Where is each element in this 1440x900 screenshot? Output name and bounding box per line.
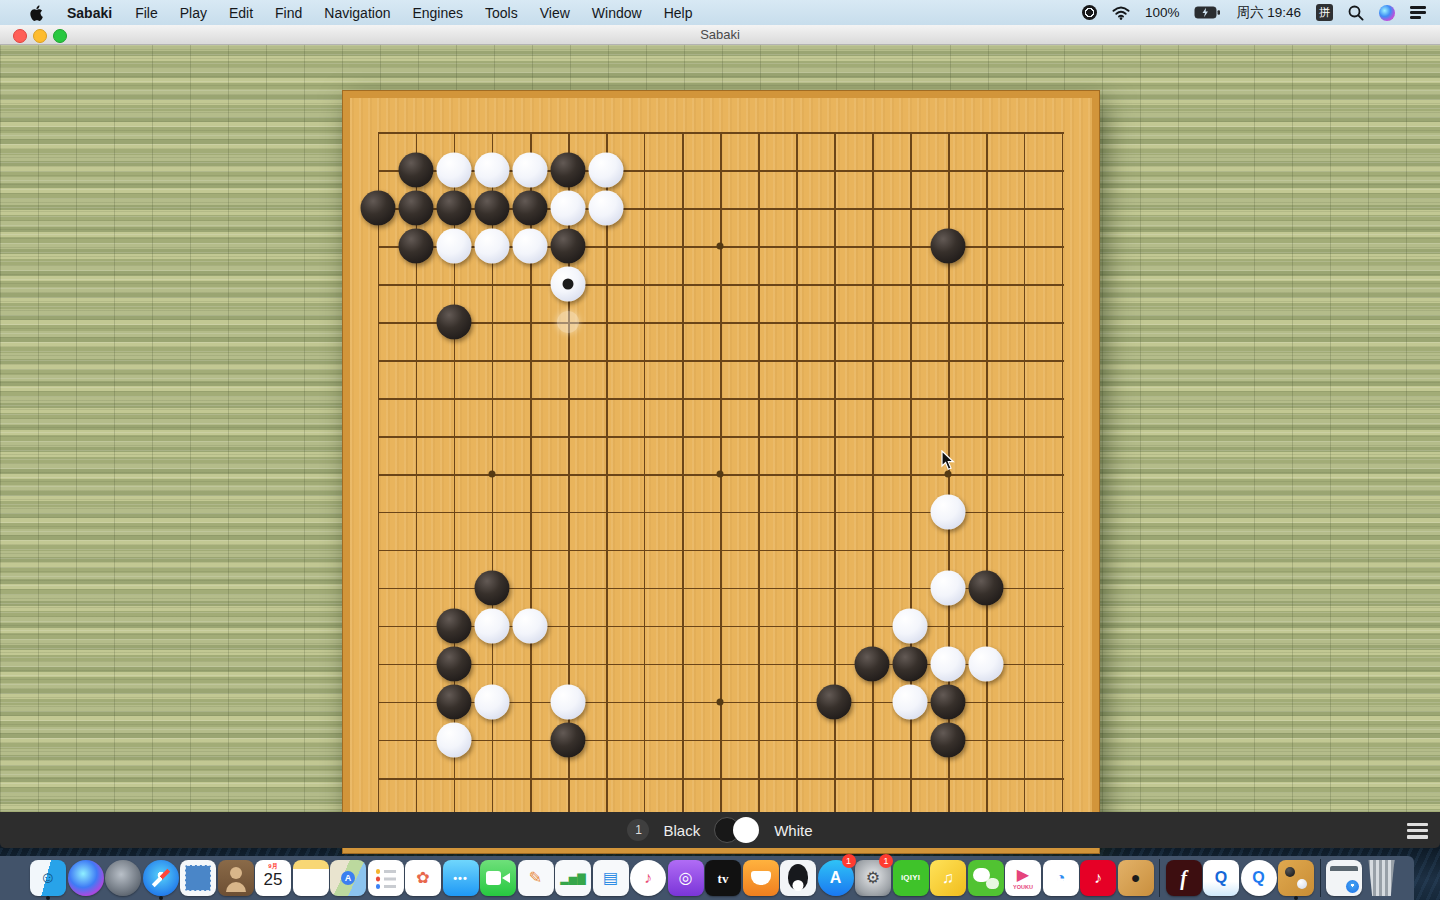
desktop: Sabaki FilePlayEditFindNavigationEngines… [0, 0, 1440, 900]
dock-item-flash-player[interactable]: f [1166, 856, 1202, 900]
photos-icon[interactable]: ✿ [405, 860, 441, 896]
white-stone[interactable] [475, 685, 510, 720]
dock-item-qq-browser[interactable]: Q [1203, 856, 1239, 900]
notes-icon[interactable] [293, 860, 329, 896]
dock-item-launchpad[interactable] [105, 856, 141, 900]
ghost-stone [557, 311, 579, 333]
trash-icon[interactable] [1364, 860, 1400, 896]
dock-separator [1159, 859, 1160, 897]
dock-item-qq[interactable] [780, 856, 816, 900]
white-stone[interactable] [931, 495, 966, 530]
calendar-month: 9月 [255, 862, 291, 871]
contacts-icon[interactable] [218, 860, 254, 896]
mail-icon[interactable] [180, 860, 216, 896]
itunes-icon[interactable]: ♪ [630, 860, 666, 896]
white-stone[interactable] [893, 609, 928, 644]
wechat-icon[interactable] [968, 860, 1004, 896]
messages-glyph: ••• [453, 873, 468, 884]
menu-clock[interactable]: 周六 19:46 [1236, 4, 1301, 22]
dock-item-trash[interactable] [1364, 856, 1400, 900]
go-board [343, 91, 1099, 853]
photos-glyph: ✿ [416, 870, 429, 886]
window-title-bar: Sabaki [0, 25, 1440, 45]
dock-item-numbers[interactable]: ▂▅▇ [555, 856, 591, 900]
menu-view[interactable]: View [529, 5, 581, 21]
dock-item-baidu-netdisk[interactable]: ◔ [1043, 856, 1079, 900]
dock-item-maps[interactable]: A [330, 856, 366, 900]
baidu-netdisk-glyph: ◔ [1056, 870, 1066, 886]
dock-item-quicktime[interactable]: Q [1241, 856, 1277, 900]
star-point [717, 471, 724, 478]
podcasts-glyph: ◎ [679, 870, 693, 886]
white-stone[interactable] [931, 571, 966, 606]
mouse-cursor [941, 450, 957, 475]
white-stone[interactable] [513, 609, 548, 644]
flash-player-icon[interactable]: f [1166, 860, 1202, 896]
quicktime-glyph: Q [1252, 870, 1264, 886]
black-stone[interactable] [893, 647, 928, 682]
white-stone[interactable] [437, 153, 472, 188]
wifi-icon[interactable] [1112, 6, 1130, 20]
white-stone-toggle-icon [733, 817, 759, 843]
white-stone[interactable] [589, 191, 624, 226]
maps-glyph: A [341, 871, 355, 885]
sabaki-icon[interactable] [1278, 860, 1314, 896]
dock-separator [1320, 859, 1321, 897]
black-captures-badge: 1 [627, 819, 649, 841]
white-player-label: White [774, 822, 812, 839]
black-stone[interactable] [931, 723, 966, 758]
black-player-label: Black [663, 822, 700, 839]
white-stone[interactable] [931, 647, 966, 682]
menu-navigation[interactable]: Navigation [313, 5, 401, 21]
dock-item-pages[interactable]: ✎ [518, 856, 554, 900]
apple-tv-icon[interactable]: tv [705, 860, 741, 896]
system-preferences-glyph: ⚙ [866, 870, 880, 886]
black-stone[interactable] [551, 153, 586, 188]
dock-item-books[interactable] [743, 856, 779, 900]
dock-item-siri[interactable] [68, 856, 104, 900]
qq-music-icon[interactable]: ♫ [930, 860, 966, 896]
screenshot-preview-icon[interactable] [1326, 860, 1362, 896]
numbers-glyph: ▂▅▇ [560, 873, 585, 884]
play-bar: 1 Black White [0, 812, 1440, 848]
app-store-glyph: A [830, 870, 842, 886]
podcasts-icon[interactable]: ◎ [668, 860, 704, 896]
black-stone[interactable] [437, 609, 472, 644]
black-stone[interactable] [399, 191, 434, 226]
calendar-day: 25 [264, 870, 283, 890]
star-point [717, 243, 724, 250]
last-move-marker [563, 279, 574, 290]
youku-label: YOUKU [1013, 884, 1033, 890]
menu-tools[interactable]: Tools [474, 5, 529, 21]
dock-item-podcasts[interactable]: ◎ [668, 856, 704, 900]
menu-edit[interactable]: Edit [218, 5, 264, 21]
apple-menu[interactable] [18, 5, 55, 21]
dock-item-iqiyi[interactable]: iQIYI [893, 856, 929, 900]
apple-tv-glyph: tv [718, 872, 729, 885]
safari-running-indicator [159, 896, 163, 900]
iqiyi-glyph: iQIYI [901, 874, 920, 882]
calendar-icon[interactable]: 9月25 [255, 860, 291, 896]
black-stone[interactable] [437, 647, 472, 682]
qq-icon[interactable] [780, 860, 816, 896]
netease-music-glyph: ♪ [1094, 870, 1102, 886]
dock-item-mail[interactable] [180, 856, 216, 900]
netease-music-icon[interactable]: ♪ [1080, 860, 1116, 896]
black-stone[interactable] [475, 191, 510, 226]
black-stone[interactable] [399, 229, 434, 264]
maps-icon[interactable]: A [330, 860, 366, 896]
dock-item-notes[interactable] [293, 856, 329, 900]
reminders-icon[interactable] [368, 860, 404, 896]
iqiyi-icon[interactable]: iQIYI [893, 860, 929, 896]
menu-play[interactable]: Play [169, 5, 218, 21]
qq-browser-icon[interactable]: Q [1203, 860, 1239, 896]
dock-item-keynote[interactable]: ▤ [593, 856, 629, 900]
siri-icon[interactable] [68, 860, 104, 896]
dock-item-photos[interactable]: ✿ [405, 856, 441, 900]
app-background [0, 45, 1440, 812]
messages-icon[interactable]: ••• [443, 860, 479, 896]
black-stone[interactable] [437, 685, 472, 720]
white-stone[interactable] [513, 229, 548, 264]
dock-item-messages[interactable]: ••• [443, 856, 479, 900]
black-stone[interactable] [361, 191, 396, 226]
flash-player-glyph: f [1180, 868, 1187, 888]
qq-browser-glyph: Q [1215, 870, 1227, 886]
black-stone[interactable] [437, 191, 472, 226]
keynote-icon[interactable]: ▤ [593, 860, 629, 896]
dock-item-sabaki[interactable] [1278, 856, 1314, 900]
star-point [717, 699, 724, 706]
black-stone[interactable] [513, 191, 548, 226]
facetime-icon[interactable] [480, 860, 516, 896]
white-stone[interactable] [475, 609, 510, 644]
black-stone[interactable] [399, 153, 434, 188]
sabaki-running-indicator [1294, 896, 1298, 900]
pages-glyph: ✎ [529, 870, 542, 886]
dock-item-youku[interactable]: ▶YOUKU [1005, 856, 1041, 900]
siri-icon[interactable] [1379, 5, 1395, 21]
quicktime-icon[interactable]: Q [1241, 860, 1277, 896]
finder-running-indicator [46, 896, 50, 900]
star-point [489, 471, 496, 478]
app-menu-title[interactable]: Sabaki [55, 5, 124, 21]
white-stone[interactable] [437, 229, 472, 264]
input-method-badge[interactable]: 拼 [1316, 4, 1333, 21]
dock-item-reminders[interactable] [368, 856, 404, 900]
menu-engines[interactable]: Engines [401, 5, 474, 21]
current-player-toggle[interactable] [714, 817, 760, 843]
go-app-icon[interactable]: ● [1118, 860, 1154, 896]
notification-center-icon[interactable] [1410, 4, 1426, 22]
black-stone[interactable] [551, 723, 586, 758]
baidu-netdisk-icon[interactable]: ◔ [1043, 860, 1079, 896]
go-app-glyph: ● [1131, 870, 1141, 886]
black-stone[interactable] [817, 685, 852, 720]
white-stone[interactable] [475, 153, 510, 188]
screen-recording-stop-icon[interactable] [1082, 5, 1097, 20]
battery-percent[interactable]: 100% [1145, 5, 1180, 20]
menu-bar: Sabaki FilePlayEditFindNavigationEngines… [0, 0, 1440, 25]
dock-item-itunes[interactable]: ♪ [630, 856, 666, 900]
black-stone[interactable] [475, 571, 510, 606]
dock-item-apple-tv[interactable]: tv [705, 856, 741, 900]
dock: ☺9月25A✿•••✎▂▅▇▤♪◎tvA1⚙1iQIYI♫▶YOUKU◔♪●fQ… [0, 856, 1414, 900]
spotlight-icon[interactable] [1348, 5, 1364, 21]
white-stone[interactable] [475, 229, 510, 264]
dock-item-wechat[interactable] [968, 856, 1004, 900]
finder-icon[interactable]: ☺ [30, 860, 66, 896]
keynote-glyph: ▤ [603, 870, 618, 886]
black-stone[interactable] [551, 229, 586, 264]
white-stone[interactable] [589, 153, 624, 188]
menu-help[interactable]: Help [653, 5, 704, 21]
launchpad-icon[interactable] [105, 860, 141, 896]
youku-glyph: ▶ [1017, 867, 1029, 883]
menu-file[interactable]: File [124, 5, 169, 21]
dock-item-app-store[interactable]: A1 [818, 856, 854, 900]
white-stone[interactable] [437, 723, 472, 758]
black-stone[interactable] [969, 571, 1004, 606]
white-stone[interactable] [969, 647, 1004, 682]
system-preferences-notification-badge: 1 [879, 854, 893, 868]
white-stone[interactable] [513, 153, 548, 188]
dock-item-netease-music[interactable]: ♪ [1080, 856, 1116, 900]
qq-music-glyph: ♫ [942, 870, 954, 886]
black-stone[interactable] [931, 685, 966, 720]
dock-item-qq-music[interactable]: ♫ [930, 856, 966, 900]
white-stone[interactable] [551, 191, 586, 226]
dock-item-safari[interactable] [143, 856, 179, 900]
dock-item-calendar[interactable]: 9月25 [255, 856, 291, 900]
safari-icon[interactable] [143, 860, 179, 896]
menu-window[interactable]: Window [581, 5, 653, 21]
dock-item-go-app[interactable]: ● [1118, 856, 1154, 900]
dock-item-finder[interactable]: ☺ [30, 856, 66, 900]
dock-item-screenshot-preview[interactable] [1326, 856, 1362, 900]
white-stone[interactable] [551, 685, 586, 720]
white-stone[interactable] [893, 685, 928, 720]
black-stone[interactable] [931, 229, 966, 264]
apple-logo-icon [30, 5, 43, 21]
battery-icon [1194, 6, 1221, 19]
black-stone[interactable] [437, 305, 472, 340]
dock-item-contacts[interactable] [218, 856, 254, 900]
black-stone[interactable] [855, 647, 890, 682]
dock-item-system-preferences[interactable]: ⚙1 [855, 856, 891, 900]
window-title: Sabaki [0, 25, 1440, 44]
menu-find[interactable]: Find [264, 5, 313, 21]
numbers-icon[interactable]: ▂▅▇ [555, 860, 591, 896]
books-icon[interactable] [743, 860, 779, 896]
app-store-notification-badge: 1 [842, 854, 856, 868]
pages-icon[interactable]: ✎ [518, 860, 554, 896]
board-grid[interactable] [378, 132, 1064, 818]
youku-icon[interactable]: ▶YOUKU [1005, 860, 1041, 896]
dock-item-facetime[interactable] [480, 856, 516, 900]
itunes-glyph: ♪ [644, 870, 652, 886]
finder-glyph: ☺ [40, 870, 56, 886]
hamburger-menu-icon[interactable] [1407, 820, 1428, 842]
